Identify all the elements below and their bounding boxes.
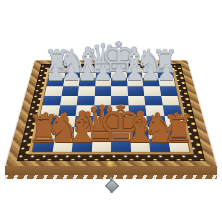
square-g7 [142,78,159,87]
square-h3 [164,116,184,127]
square-g3 [146,116,165,127]
square-c4 [76,105,94,115]
square-e2 [111,127,130,139]
square-b3 [56,116,75,127]
square-b5 [60,96,78,106]
square-b8 [64,70,81,78]
square-c5 [77,96,95,106]
square-c6 [78,86,95,95]
square-c8 [80,70,96,78]
square-f3 [129,116,148,127]
square-e6 [111,86,128,95]
chess-set-photo: ♜♞♝♛♚♝♞♜♟♟♟♟♟♟♟♟♟♟♟♟♟♟♟♟♜♞♝♛♚♝♞♜ [0,0,222,222]
square-f8 [126,70,142,78]
chess-board [5,61,217,168]
square-a6 [45,86,63,95]
square-h4 [162,105,181,115]
square-f6 [127,86,144,95]
square-a3 [38,116,58,127]
board-grid [33,70,190,152]
square-e5 [111,96,128,106]
square-a4 [40,105,59,115]
square-e8 [111,70,127,78]
square-g4 [145,105,164,115]
square-e3 [111,116,129,127]
square-g1 [149,139,170,152]
clasp-icon [104,177,118,195]
square-b2 [54,127,74,139]
square-h5 [161,96,180,106]
square-e7 [111,78,127,87]
square-b7 [63,78,80,87]
latch-knob-icon [107,161,115,167]
square-h7 [158,78,176,87]
square-h8 [157,70,174,78]
square-b1 [52,139,73,152]
square-d8 [95,70,111,78]
square-d1 [91,139,111,152]
square-e4 [111,105,129,115]
square-b4 [58,105,77,115]
square-e1 [111,139,131,152]
square-a8 [48,70,65,78]
square-f5 [128,96,146,106]
square-c2 [73,127,93,139]
square-a2 [35,127,56,139]
square-d6 [94,86,111,95]
square-d2 [92,127,111,139]
square-h6 [159,86,177,95]
square-d3 [93,116,111,127]
square-f2 [129,127,149,139]
square-a1 [33,139,55,152]
square-d4 [93,105,111,115]
square-h2 [166,127,187,139]
square-f4 [128,105,146,115]
square-g2 [148,127,168,139]
square-f7 [127,78,144,87]
square-g8 [141,70,158,78]
square-b6 [61,86,79,95]
square-a7 [47,78,65,87]
square-g6 [143,86,161,95]
square-a5 [43,96,62,106]
square-c1 [72,139,92,152]
square-d7 [95,78,111,87]
square-h1 [168,139,190,152]
square-c7 [79,78,96,87]
square-g5 [144,96,162,106]
square-c3 [74,116,93,127]
square-d5 [94,96,111,106]
square-f1 [130,139,150,152]
